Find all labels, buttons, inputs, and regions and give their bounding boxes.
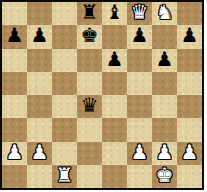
square-e1[interactable] [102, 165, 127, 188]
square-h1[interactable] [177, 165, 202, 188]
square-e7[interactable] [102, 25, 127, 48]
square-g3[interactable] [152, 118, 177, 141]
square-c4[interactable] [52, 95, 77, 118]
square-a7[interactable]: ♟ [2, 25, 27, 48]
piece-white-knight-g8[interactable]: ♞ [156, 2, 174, 24]
piece-black-pawn-a7[interactable]: ♟ [6, 25, 24, 47]
square-e6[interactable]: ♟ [102, 49, 127, 72]
square-c1[interactable]: ♜ [52, 165, 77, 188]
square-g4[interactable] [152, 95, 177, 118]
square-a2[interactable]: ♟ [2, 142, 27, 165]
square-c6[interactable] [52, 49, 77, 72]
square-e8[interactable]: ♝ [102, 2, 127, 25]
square-a1[interactable] [2, 165, 27, 188]
square-d7[interactable]: ♚ [77, 25, 102, 48]
square-c5[interactable] [52, 72, 77, 95]
square-e5[interactable] [102, 72, 127, 95]
square-a8[interactable] [2, 2, 27, 25]
square-b4[interactable] [27, 95, 52, 118]
square-d3[interactable] [77, 118, 102, 141]
square-f5[interactable] [127, 72, 152, 95]
piece-black-rook-d8[interactable]: ♜ [81, 2, 99, 24]
square-c2[interactable] [52, 142, 77, 165]
square-d8[interactable]: ♜ [77, 2, 102, 25]
square-a5[interactable] [2, 72, 27, 95]
piece-black-bishop-e8[interactable]: ♝ [106, 2, 124, 24]
square-h3[interactable] [177, 118, 202, 141]
square-b3[interactable] [27, 118, 52, 141]
piece-black-king-d7[interactable]: ♚ [81, 25, 99, 47]
square-g2[interactable]: ♟ [152, 142, 177, 165]
piece-white-pawn-h2[interactable]: ♟ [181, 142, 199, 164]
square-b5[interactable] [27, 72, 52, 95]
square-f7[interactable]: ♟ [127, 25, 152, 48]
square-h8[interactable] [177, 2, 202, 25]
chess-app-window: ♜♝♛♞♟♟♚♟♟♟♟♛♟♟♟♟♟♜♚ [0, 0, 207, 192]
square-a6[interactable] [2, 49, 27, 72]
square-f8[interactable]: ♛ [127, 2, 152, 25]
square-e2[interactable] [102, 142, 127, 165]
square-d1[interactable] [77, 165, 102, 188]
piece-black-pawn-f7[interactable]: ♟ [131, 25, 149, 47]
piece-black-pawn-e6[interactable]: ♟ [106, 49, 124, 71]
square-h7[interactable]: ♟ [177, 25, 202, 48]
square-g6[interactable]: ♟ [152, 49, 177, 72]
piece-white-king-g1[interactable]: ♚ [156, 165, 174, 187]
square-b1[interactable] [27, 165, 52, 188]
square-g8[interactable]: ♞ [152, 2, 177, 25]
square-b2[interactable]: ♟ [27, 142, 52, 165]
square-b7[interactable]: ♟ [27, 25, 52, 48]
square-e4[interactable] [102, 95, 127, 118]
square-h6[interactable] [177, 49, 202, 72]
piece-black-pawn-g6[interactable]: ♟ [156, 49, 174, 71]
square-e3[interactable] [102, 118, 127, 141]
chess-board: ♜♝♛♞♟♟♚♟♟♟♟♛♟♟♟♟♟♜♚ [0, 0, 204, 190]
square-a3[interactable] [2, 118, 27, 141]
square-d5[interactable] [77, 72, 102, 95]
square-f2[interactable]: ♟ [127, 142, 152, 165]
square-g5[interactable] [152, 72, 177, 95]
piece-white-queen-f8[interactable]: ♛ [131, 2, 149, 24]
square-c8[interactable] [52, 2, 77, 25]
square-a4[interactable] [2, 95, 27, 118]
square-c3[interactable] [52, 118, 77, 141]
square-b8[interactable] [27, 2, 52, 25]
square-g1[interactable]: ♚ [152, 165, 177, 188]
square-h2[interactable]: ♟ [177, 142, 202, 165]
piece-black-pawn-h7[interactable]: ♟ [181, 25, 199, 47]
square-f6[interactable] [127, 49, 152, 72]
square-d4[interactable]: ♛ [77, 95, 102, 118]
square-d6[interactable] [77, 49, 102, 72]
piece-white-rook-c1[interactable]: ♜ [56, 165, 74, 187]
piece-white-pawn-g2[interactable]: ♟ [156, 142, 174, 164]
piece-white-pawn-a2[interactable]: ♟ [6, 142, 24, 164]
square-b6[interactable] [27, 49, 52, 72]
square-d2[interactable] [77, 142, 102, 165]
square-g7[interactable] [152, 25, 177, 48]
piece-black-queen-d4[interactable]: ♛ [81, 95, 99, 117]
square-f4[interactable] [127, 95, 152, 118]
square-f3[interactable] [127, 118, 152, 141]
square-h4[interactable] [177, 95, 202, 118]
piece-white-pawn-b2[interactable]: ♟ [31, 142, 49, 164]
piece-black-pawn-b7[interactable]: ♟ [31, 25, 49, 47]
square-h5[interactable] [177, 72, 202, 95]
piece-white-pawn-f2[interactable]: ♟ [131, 142, 149, 164]
square-f1[interactable] [127, 165, 152, 188]
square-c7[interactable] [52, 25, 77, 48]
